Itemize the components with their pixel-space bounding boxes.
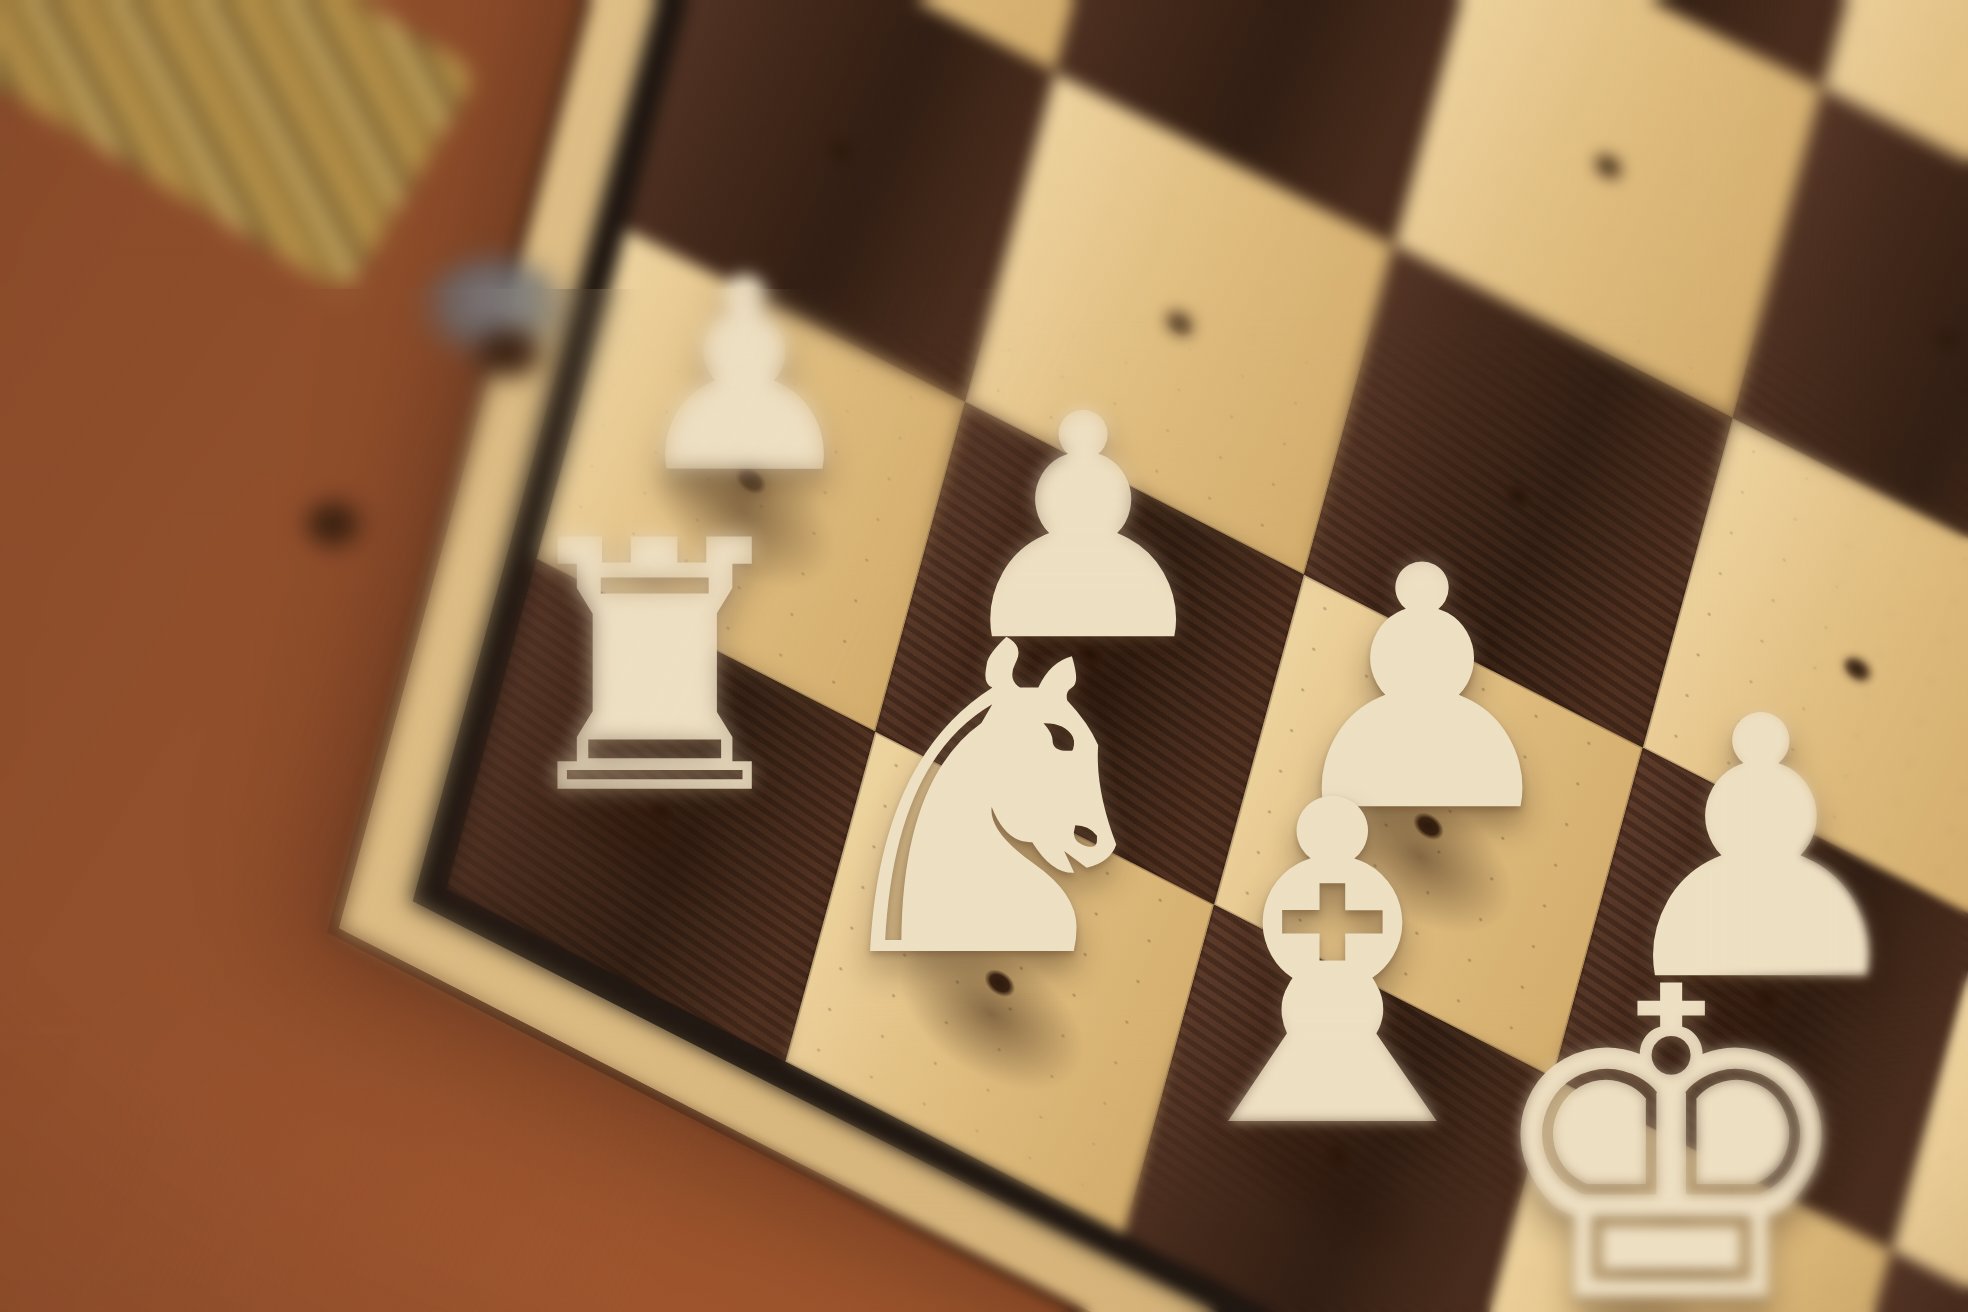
peg-hole-icon [1251, 0, 1287, 13]
chess-board: ♟♟♟♟♜♞♝♚ [339, 0, 1968, 1312]
square-d1[interactable]: ♚ [1463, 1078, 1892, 1312]
peg-hole-icon [823, 131, 859, 169]
photo-stage: ♟♟♟♟♜♞♝♚ [0, 0, 1968, 1312]
peg-hole-icon [1590, 147, 1626, 185]
peg-hole-icon [1929, 320, 1965, 358]
peg-hole-icon [1161, 304, 1197, 342]
piece-white-king[interactable]: ♚ [1371, 943, 1968, 1312]
frame-peg-storage-hole [470, 322, 548, 384]
frame-peg-storage-hole [300, 496, 366, 552]
